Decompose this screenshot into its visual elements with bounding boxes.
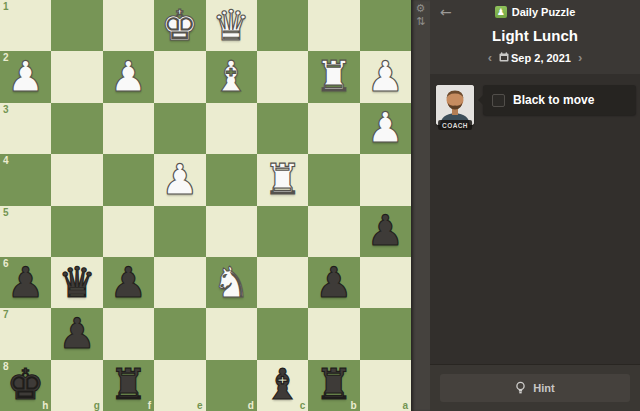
piece-white-king[interactable]: ♚ [154,0,205,51]
piece-black-queen[interactable]: ♛ [51,257,102,308]
square-g2[interactable] [51,51,102,102]
square-f2[interactable]: ♟ [103,51,154,102]
flip-board-icon[interactable]: ⇅ [416,16,425,28]
square-d1[interactable]: ♛ [206,0,257,51]
piece-white-pawn[interactable]: ♟ [0,51,51,102]
square-e8[interactable]: e [154,360,205,411]
square-d4[interactable] [206,154,257,205]
calendar-icon [499,52,509,62]
square-e6[interactable] [154,257,205,308]
piece-white-rook[interactable]: ♜ [308,51,359,102]
piece-white-pawn[interactable]: ♟ [360,103,411,154]
board-controls-strip: ⚙ ⇅ [411,0,430,411]
piece-white-queen[interactable]: ♛ [206,0,257,51]
square-g3[interactable] [51,103,102,154]
square-f7[interactable] [103,308,154,359]
rank-label-1: 1 [3,1,9,12]
square-g7[interactable]: ♟ [51,308,102,359]
square-c6[interactable] [257,257,308,308]
square-b2[interactable]: ♜ [308,51,359,102]
piece-black-pawn[interactable]: ♟ [360,206,411,257]
rank-label-7: 7 [3,309,9,320]
square-c3[interactable] [257,103,308,154]
date-navigation: ‹ Sep 2, 2021 › [430,52,640,64]
square-b1[interactable] [308,0,359,51]
square-d3[interactable] [206,103,257,154]
board-area: 1♚♛2♟♟♝♜♟3♟4♟♜5♟6♟♛♟♞♟7♟8h♚gf♜edc♝b♜a [0,0,411,411]
square-e4[interactable]: ♟ [154,154,205,205]
piece-black-rook[interactable]: ♜ [103,360,154,411]
square-h7[interactable]: 7 [0,308,51,359]
square-d2[interactable]: ♝ [206,51,257,102]
coach-avatar: COACH [436,85,474,125]
sidebar-header: ← ♟ Daily Puzzle Light Lunch ‹ Sep 2, 20… [430,0,640,74]
square-a2[interactable]: ♟ [360,51,411,102]
square-c7[interactable] [257,308,308,359]
puzzle-title: Light Lunch [430,27,640,44]
square-e2[interactable] [154,51,205,102]
square-e1[interactable]: ♚ [154,0,205,51]
square-a3[interactable]: ♟ [360,103,411,154]
square-f4[interactable] [103,154,154,205]
square-c1[interactable] [257,0,308,51]
square-g5[interactable] [51,206,102,257]
square-a5[interactable]: ♟ [360,206,411,257]
square-g6[interactable]: ♛ [51,257,102,308]
hint-label: Hint [533,382,554,394]
piece-black-rook[interactable]: ♜ [308,360,359,411]
square-h6[interactable]: 6♟ [0,257,51,308]
file-label-a: a [402,400,408,411]
piece-white-rook[interactable]: ♜ [257,154,308,205]
hint-button[interactable]: Hint [440,374,630,402]
piece-black-pawn[interactable]: ♟ [0,257,51,308]
square-b7[interactable] [308,308,359,359]
square-a4[interactable] [360,154,411,205]
rank-label-4: 4 [3,155,9,166]
daily-puzzle-icon: ♟ [495,6,507,18]
chess-board: 1♚♛2♟♟♝♜♟3♟4♟♜5♟6♟♛♟♞♟7♟8h♚gf♜edc♝b♜a [0,0,411,411]
square-b4[interactable] [308,154,359,205]
square-c5[interactable] [257,206,308,257]
piece-black-bishop[interactable]: ♝ [257,360,308,411]
square-d5[interactable] [206,206,257,257]
rank-label-5: 5 [3,207,9,218]
piece-black-king[interactable]: ♚ [0,360,51,411]
daily-puzzle-label: Daily Puzzle [512,6,576,18]
rank-label-3: 3 [3,104,9,115]
piece-white-bishop[interactable]: ♝ [206,51,257,102]
square-c4[interactable]: ♜ [257,154,308,205]
piece-white-pawn[interactable]: ♟ [154,154,205,205]
piece-black-pawn[interactable]: ♟ [308,257,359,308]
square-f6[interactable]: ♟ [103,257,154,308]
square-f8[interactable]: f♜ [103,360,154,411]
square-a7[interactable] [360,308,411,359]
square-c8[interactable]: c♝ [257,360,308,411]
file-label-d: d [248,400,254,411]
puzzle-date[interactable]: Sep 2, 2021 [499,52,571,64]
back-arrow-icon[interactable]: ← [440,5,452,19]
square-h2[interactable]: 2♟ [0,51,51,102]
square-d7[interactable] [206,308,257,359]
square-b3[interactable] [308,103,359,154]
square-g1[interactable] [51,0,102,51]
coach-portrait [436,85,474,125]
file-label-e: e [197,400,203,411]
next-puzzle-chevron[interactable]: › [578,52,582,64]
square-e3[interactable] [154,103,205,154]
piece-black-pawn[interactable]: ♟ [51,308,102,359]
daily-puzzle-row: ♟ Daily Puzzle [430,6,640,18]
square-e5[interactable] [154,206,205,257]
piece-white-knight[interactable]: ♞ [206,257,257,308]
daily-puzzle-page: 1♚♛2♟♟♝♜♟3♟4♟♜5♟6♟♛♟♞♟7♟8h♚gf♜edc♝b♜a ⚙ … [0,0,640,411]
square-h3[interactable]: 3 [0,103,51,154]
square-f3[interactable] [103,103,154,154]
square-d6[interactable]: ♞ [206,257,257,308]
square-h1[interactable]: 1 [0,0,51,51]
square-b8[interactable]: b♜ [308,360,359,411]
square-h8[interactable]: 8h♚ [0,360,51,411]
square-f5[interactable] [103,206,154,257]
square-a1[interactable] [360,0,411,51]
piece-black-pawn[interactable]: ♟ [103,257,154,308]
lightbulb-icon [515,381,526,395]
square-c2[interactable] [257,51,308,102]
square-a8[interactable]: a [360,360,411,411]
side-to-move-text: Black to move [513,93,594,107]
previous-puzzle-chevron[interactable]: ‹ [488,52,492,64]
square-f1[interactable] [103,0,154,51]
square-d8[interactable]: d [206,360,257,411]
square-g8[interactable]: g [51,360,102,411]
square-h5[interactable]: 5 [0,206,51,257]
puzzle-sidebar: ← ♟ Daily Puzzle Light Lunch ‹ Sep 2, 20… [430,0,640,411]
square-b6[interactable]: ♟ [308,257,359,308]
piece-white-pawn[interactable]: ♟ [360,51,411,102]
square-h4[interactable]: 4 [0,154,51,205]
square-b5[interactable] [308,206,359,257]
piece-white-pawn[interactable]: ♟ [103,51,154,102]
settings-gear-icon[interactable]: ⚙ [416,3,426,15]
file-label-g: g [94,400,100,411]
coach-label: COACH [438,120,472,130]
square-g4[interactable] [51,154,102,205]
square-e7[interactable] [154,308,205,359]
square-a6[interactable] [360,257,411,308]
sidebar-footer: Hint [430,364,640,411]
coach-message-bubble: Black to move [483,85,636,115]
sidebar-body: COACH Black to move [430,74,640,364]
black-side-indicator-icon [492,94,505,107]
